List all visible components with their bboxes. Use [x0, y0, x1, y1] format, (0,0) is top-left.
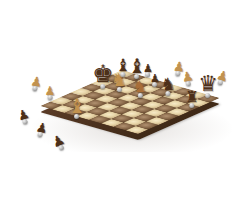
piece-metal-base-ball: [153, 82, 158, 87]
black-bishop-glyph: ♝: [128, 56, 146, 76]
piece-black-pawn: ♟: [16, 107, 32, 126]
white-bishop-glyph: ♝: [68, 96, 86, 116]
piece-white-bishop: ♝: [68, 96, 86, 119]
piece-white-pawn: ♟: [180, 69, 194, 87]
piece-black-pawn: ♟: [50, 132, 68, 152]
piece-white-pawn: ♟: [45, 85, 56, 100]
piece-metal-base-ball: [189, 103, 194, 108]
piece-black-pawn: ♟: [150, 73, 160, 87]
piece-metal-base-ball: [47, 95, 52, 100]
black-queen-glyph: ♛: [198, 73, 218, 95]
piece-metal-base-ball: [218, 80, 224, 86]
piece-black-bishop: ♝: [128, 56, 146, 79]
piece-black-rook: ♜: [185, 90, 198, 108]
piece-black-pawn: ♟: [34, 120, 49, 138]
piece-metal-base-ball: [166, 91, 171, 96]
piece-metal-base-ball: [33, 86, 39, 92]
piece-metal-base-ball: [116, 87, 121, 92]
pieces-layer: ♟♝♞♞♚♝♝♟♟♞♜♛♟♟♟♟♟♟♟: [0, 0, 236, 204]
piece-white-pawn: ♟: [29, 74, 43, 91]
piece-white-knight: ♞: [133, 79, 147, 98]
piece-black-knight: ♞: [160, 76, 175, 96]
chess-set-photo: ♟♝♞♞♚♝♝♟♟♞♜♛♟♟♟♟♟♟♟: [0, 0, 236, 204]
piece-white-knight: ♞: [111, 71, 127, 92]
piece-metal-base-ball: [138, 93, 143, 98]
piece-metal-base-ball: [205, 93, 210, 98]
piece-black-queen: ♛: [198, 73, 218, 98]
piece-metal-base-ball: [38, 132, 44, 138]
piece-metal-base-ball: [100, 84, 105, 89]
piece-metal-base-ball: [75, 114, 80, 119]
